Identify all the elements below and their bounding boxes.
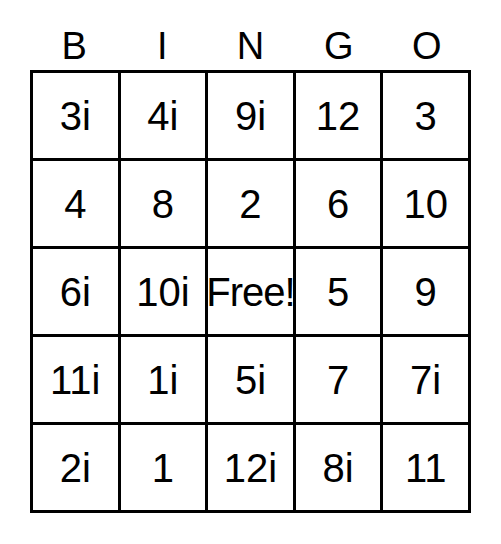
bingo-card: B I N G O 3i 4i 9i 12 3 4 8 2 6 10 6i 10… bbox=[30, 0, 471, 70]
cell-r2c0[interactable]: 6i bbox=[33, 249, 118, 334]
cell-r4c1[interactable]: 1 bbox=[121, 425, 206, 510]
cell-r1c2[interactable]: 2 bbox=[208, 161, 293, 246]
cell-r0c0[interactable]: 3i bbox=[33, 73, 118, 158]
cell-r1c4[interactable]: 10 bbox=[383, 161, 468, 246]
cell-r3c2[interactable]: 5i bbox=[208, 337, 293, 422]
cell-r0c2[interactable]: 9i bbox=[208, 73, 293, 158]
cell-r4c4[interactable]: 11 bbox=[383, 425, 468, 510]
column-header-o: O bbox=[383, 0, 471, 70]
free-cell[interactable]: Free! bbox=[208, 249, 293, 334]
cell-r1c3[interactable]: 6 bbox=[296, 161, 381, 246]
cell-r2c4[interactable]: 9 bbox=[383, 249, 468, 334]
cell-r0c1[interactable]: 4i bbox=[121, 73, 206, 158]
cell-r0c4[interactable]: 3 bbox=[383, 73, 468, 158]
cell-r3c0[interactable]: 11i bbox=[33, 337, 118, 422]
cell-r2c3[interactable]: 5 bbox=[296, 249, 381, 334]
cell-r2c1[interactable]: 10i bbox=[121, 249, 206, 334]
bingo-board: 3i 4i 9i 12 3 4 8 2 6 10 6i 10i Free! 5 … bbox=[30, 70, 471, 513]
cell-r3c3[interactable]: 7 bbox=[296, 337, 381, 422]
cell-r4c0[interactable]: 2i bbox=[33, 425, 118, 510]
cell-r0c3[interactable]: 12 bbox=[296, 73, 381, 158]
cell-r3c4[interactable]: 7i bbox=[383, 337, 468, 422]
column-header-row: B I N G O bbox=[30, 0, 471, 70]
cell-r4c3[interactable]: 8i bbox=[296, 425, 381, 510]
cell-r4c2[interactable]: 12i bbox=[208, 425, 293, 510]
column-header-b: B bbox=[30, 0, 118, 70]
cell-r1c0[interactable]: 4 bbox=[33, 161, 118, 246]
column-header-g: G bbox=[295, 0, 383, 70]
column-header-n: N bbox=[206, 0, 294, 70]
cell-r3c1[interactable]: 1i bbox=[121, 337, 206, 422]
cell-r1c1[interactable]: 8 bbox=[121, 161, 206, 246]
column-header-i: I bbox=[118, 0, 206, 70]
